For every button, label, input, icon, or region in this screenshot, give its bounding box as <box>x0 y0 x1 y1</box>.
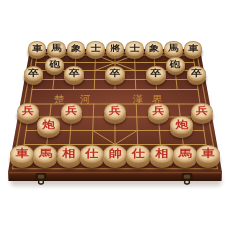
piece-face: 卒 <box>64 66 84 81</box>
red-soldier[interactable]: 兵 <box>104 103 126 124</box>
piece-character: 炮 <box>175 120 187 130</box>
piece-character: 相 <box>155 149 168 160</box>
piece-character: 兵 <box>109 106 121 116</box>
red-cannon[interactable]: 炮 <box>37 116 59 138</box>
red-chariot[interactable]: 車 <box>196 145 220 169</box>
black-cannon[interactable]: 砲 <box>45 57 64 76</box>
black-general[interactable]: 將 <box>106 41 125 59</box>
pieces-layer: 車馬象士將士象馬車砲砲卒卒卒卒卒兵兵兵兵兵炮炮車馬相仕帥仕相馬車 <box>0 0 230 230</box>
piece-character: 車 <box>201 149 214 160</box>
piece-face: 仕 <box>80 145 104 164</box>
piece-face: 砲 <box>166 57 185 72</box>
piece-character: 士 <box>129 44 139 52</box>
piece-face: 馬 <box>173 145 197 164</box>
red-advisor[interactable]: 仕 <box>126 145 150 169</box>
piece-character: 車 <box>32 44 42 52</box>
black-advisor[interactable]: 士 <box>125 41 144 59</box>
piece-character: 象 <box>149 44 159 52</box>
piece-character: 砲 <box>50 60 61 69</box>
piece-character: 將 <box>110 44 120 52</box>
piece-character: 帥 <box>108 149 121 160</box>
piece-face: 相 <box>57 145 81 164</box>
piece-character: 卒 <box>110 69 121 78</box>
piece-face: 車 <box>28 41 47 55</box>
piece-face: 車 <box>184 41 203 55</box>
piece-face: 兵 <box>17 103 39 120</box>
red-elephant[interactable]: 相 <box>150 145 174 169</box>
piece-face: 兵 <box>104 103 126 120</box>
piece-character: 馬 <box>39 149 52 160</box>
piece-character: 砲 <box>170 60 181 69</box>
black-elephant[interactable]: 象 <box>67 41 86 59</box>
piece-character: 卒 <box>69 69 80 78</box>
piece-character: 兵 <box>196 106 208 116</box>
black-advisor[interactable]: 士 <box>86 41 105 59</box>
piece-face: 卒 <box>105 66 125 81</box>
piece-character: 兵 <box>152 106 164 116</box>
black-chariot[interactable]: 車 <box>28 41 47 59</box>
piece-character: 仕 <box>85 149 98 160</box>
piece-face: 兵 <box>61 103 83 120</box>
piece-character: 馬 <box>178 149 191 160</box>
piece-face: 炮 <box>170 116 192 134</box>
black-elephant[interactable]: 象 <box>145 41 164 59</box>
piece-face: 士 <box>125 41 144 55</box>
red-advisor[interactable]: 仕 <box>80 145 104 169</box>
piece-character: 卒 <box>191 69 202 78</box>
piece-face: 卒 <box>146 66 166 81</box>
piece-character: 相 <box>62 149 75 160</box>
piece-face: 砲 <box>45 57 64 72</box>
red-elephant[interactable]: 相 <box>57 145 81 169</box>
red-chariot[interactable]: 車 <box>10 145 34 169</box>
piece-face: 兵 <box>148 103 170 120</box>
black-soldier[interactable]: 卒 <box>146 66 166 85</box>
piece-character: 炮 <box>42 120 54 130</box>
red-soldier[interactable]: 兵 <box>61 103 83 124</box>
piece-character: 卒 <box>150 69 161 78</box>
piece-face: 車 <box>196 145 220 164</box>
piece-character: 卒 <box>28 69 39 78</box>
piece-face: 帥 <box>103 145 127 164</box>
red-soldier[interactable]: 兵 <box>148 103 170 124</box>
black-soldier[interactable]: 卒 <box>24 66 44 85</box>
red-general[interactable]: 帥 <box>103 145 127 169</box>
xiangqi-set-photo: 楚河漢界 車馬象士將士象馬車砲砲卒卒卒卒卒兵兵兵兵兵炮炮車馬相仕帥仕相馬車 <box>0 0 230 230</box>
piece-character: 兵 <box>66 106 78 116</box>
piece-character: 兵 <box>22 106 34 116</box>
red-cannon[interactable]: 炮 <box>170 116 192 138</box>
black-soldier[interactable]: 卒 <box>187 66 207 85</box>
red-horse[interactable]: 馬 <box>173 145 197 169</box>
piece-character: 馬 <box>168 44 178 52</box>
red-soldier[interactable]: 兵 <box>17 103 39 124</box>
piece-character: 馬 <box>51 44 61 52</box>
red-soldier[interactable]: 兵 <box>191 103 213 124</box>
piece-face: 炮 <box>37 116 59 134</box>
piece-face: 相 <box>150 145 174 164</box>
piece-face: 象 <box>67 41 86 55</box>
piece-face: 馬 <box>164 41 183 55</box>
piece-face: 車 <box>10 145 34 164</box>
piece-face: 士 <box>86 41 105 55</box>
red-horse[interactable]: 馬 <box>33 145 57 169</box>
piece-face: 將 <box>106 41 125 55</box>
piece-character: 車 <box>15 149 28 160</box>
piece-face: 兵 <box>191 103 213 120</box>
black-soldier[interactable]: 卒 <box>105 66 125 85</box>
piece-character: 車 <box>188 44 198 52</box>
black-cannon[interactable]: 砲 <box>166 57 185 76</box>
piece-face: 象 <box>145 41 164 55</box>
black-soldier[interactable]: 卒 <box>64 66 84 85</box>
piece-character: 仕 <box>132 149 145 160</box>
piece-face: 馬 <box>47 41 66 55</box>
piece-character: 象 <box>71 44 81 52</box>
piece-character: 士 <box>90 44 100 52</box>
black-chariot[interactable]: 車 <box>184 41 203 59</box>
